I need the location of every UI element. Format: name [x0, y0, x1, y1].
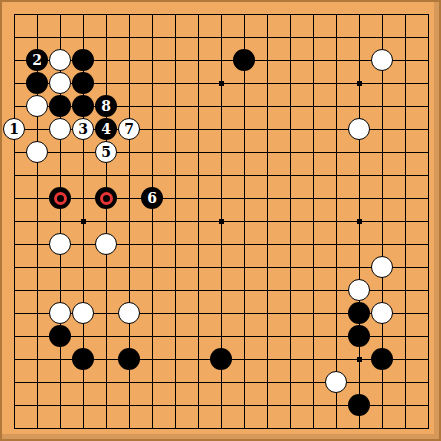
- board-intersection[interactable]: [26, 118, 49, 141]
- board-intersection[interactable]: [164, 302, 187, 325]
- board-intersection[interactable]: [187, 187, 210, 210]
- board-intersection[interactable]: [325, 210, 348, 233]
- board-intersection[interactable]: [394, 3, 417, 26]
- board-intersection[interactable]: [118, 3, 141, 26]
- board-intersection[interactable]: [118, 26, 141, 49]
- board-intersection[interactable]: [49, 348, 72, 371]
- board-intersection[interactable]: [233, 417, 256, 440]
- board-intersection[interactable]: [164, 3, 187, 26]
- board-intersection[interactable]: [49, 187, 72, 210]
- board-intersection[interactable]: [302, 371, 325, 394]
- board-intersection[interactable]: [210, 3, 233, 26]
- board-intersection[interactable]: [187, 210, 210, 233]
- board-intersection[interactable]: [302, 26, 325, 49]
- board-intersection[interactable]: [279, 394, 302, 417]
- board-intersection[interactable]: [302, 187, 325, 210]
- board-intersection[interactable]: [233, 187, 256, 210]
- board-intersection[interactable]: [49, 394, 72, 417]
- board-intersection[interactable]: [325, 371, 348, 394]
- board-intersection[interactable]: [417, 348, 440, 371]
- board-intersection[interactable]: [279, 417, 302, 440]
- board-intersection[interactable]: [72, 325, 95, 348]
- board-intersection[interactable]: [256, 3, 279, 26]
- board-intersection[interactable]: [325, 3, 348, 26]
- board-intersection[interactable]: [325, 164, 348, 187]
- board-intersection[interactable]: [3, 325, 26, 348]
- board-intersection[interactable]: [26, 417, 49, 440]
- board-intersection[interactable]: [72, 26, 95, 49]
- board-intersection[interactable]: [302, 141, 325, 164]
- board-intersection[interactable]: [256, 72, 279, 95]
- board-intersection[interactable]: [187, 325, 210, 348]
- board-intersection[interactable]: [325, 302, 348, 325]
- board-intersection[interactable]: [95, 371, 118, 394]
- board-intersection[interactable]: [210, 325, 233, 348]
- board-intersection[interactable]: [417, 233, 440, 256]
- board-intersection[interactable]: [256, 325, 279, 348]
- board-intersection[interactable]: [164, 417, 187, 440]
- board-intersection[interactable]: [394, 233, 417, 256]
- board-intersection[interactable]: [394, 49, 417, 72]
- board-intersection[interactable]: [417, 210, 440, 233]
- board-intersection[interactable]: [279, 187, 302, 210]
- board-intersection[interactable]: [164, 348, 187, 371]
- board-intersection[interactable]: [233, 26, 256, 49]
- board-intersection[interactable]: [256, 348, 279, 371]
- board-intersection[interactable]: [325, 233, 348, 256]
- board-intersection[interactable]: [210, 26, 233, 49]
- board-intersection[interactable]: [371, 95, 394, 118]
- board-intersection[interactable]: [3, 72, 26, 95]
- board-intersection[interactable]: [49, 164, 72, 187]
- board-intersection[interactable]: [302, 118, 325, 141]
- board-intersection[interactable]: [302, 417, 325, 440]
- board-intersection[interactable]: [302, 302, 325, 325]
- board-intersection[interactable]: [371, 279, 394, 302]
- board-intersection[interactable]: [164, 164, 187, 187]
- board-intersection[interactable]: [164, 49, 187, 72]
- board-intersection[interactable]: [302, 210, 325, 233]
- board-intersection[interactable]: [187, 233, 210, 256]
- board-intersection[interactable]: [118, 49, 141, 72]
- board-intersection[interactable]: [233, 118, 256, 141]
- board-intersection[interactable]: [371, 118, 394, 141]
- board-intersection[interactable]: [141, 3, 164, 26]
- board-intersection[interactable]: [302, 233, 325, 256]
- board-intersection[interactable]: [118, 141, 141, 164]
- board-intersection[interactable]: [3, 141, 26, 164]
- board-intersection[interactable]: [371, 210, 394, 233]
- board-intersection[interactable]: [371, 233, 394, 256]
- board-intersection[interactable]: 4: [95, 118, 118, 141]
- board-intersection[interactable]: [256, 141, 279, 164]
- board-intersection[interactable]: [348, 256, 371, 279]
- board-intersection[interactable]: [141, 72, 164, 95]
- board-intersection[interactable]: [256, 256, 279, 279]
- board-intersection[interactable]: [187, 348, 210, 371]
- board-intersection[interactable]: [325, 279, 348, 302]
- board-intersection[interactable]: [26, 72, 49, 95]
- board-intersection[interactable]: [118, 210, 141, 233]
- board-intersection[interactable]: [141, 325, 164, 348]
- board-intersection[interactable]: [72, 394, 95, 417]
- board-intersection[interactable]: [210, 233, 233, 256]
- board-intersection[interactable]: [417, 394, 440, 417]
- board-intersection[interactable]: [95, 233, 118, 256]
- board-intersection[interactable]: [233, 256, 256, 279]
- board-intersection[interactable]: [233, 210, 256, 233]
- board-intersection[interactable]: 1: [3, 118, 26, 141]
- board-intersection[interactable]: [3, 49, 26, 72]
- board-intersection[interactable]: [72, 417, 95, 440]
- board-intersection[interactable]: [325, 72, 348, 95]
- board-intersection[interactable]: [26, 141, 49, 164]
- board-intersection[interactable]: [164, 325, 187, 348]
- board-intersection[interactable]: [256, 233, 279, 256]
- board-intersection[interactable]: [72, 3, 95, 26]
- board-intersection[interactable]: [3, 417, 26, 440]
- board-intersection[interactable]: [348, 141, 371, 164]
- board-intersection[interactable]: [348, 164, 371, 187]
- board-intersection[interactable]: [256, 187, 279, 210]
- board-intersection[interactable]: [302, 394, 325, 417]
- board-intersection[interactable]: [72, 164, 95, 187]
- board-intersection[interactable]: [72, 256, 95, 279]
- board-intersection[interactable]: [164, 279, 187, 302]
- board-intersection[interactable]: [49, 417, 72, 440]
- board-intersection[interactable]: [302, 164, 325, 187]
- board-intersection[interactable]: [72, 233, 95, 256]
- board-intersection[interactable]: [26, 187, 49, 210]
- board-intersection[interactable]: [118, 371, 141, 394]
- board-intersection[interactable]: [210, 256, 233, 279]
- board-intersection[interactable]: [72, 72, 95, 95]
- board-intersection[interactable]: [26, 302, 49, 325]
- board-intersection[interactable]: [141, 302, 164, 325]
- board-intersection[interactable]: [325, 348, 348, 371]
- board-intersection[interactable]: [279, 49, 302, 72]
- board-intersection[interactable]: [95, 26, 118, 49]
- board-intersection[interactable]: [233, 371, 256, 394]
- board-intersection[interactable]: 6: [141, 187, 164, 210]
- board-intersection[interactable]: [417, 3, 440, 26]
- board-intersection[interactable]: [26, 279, 49, 302]
- board-intersection[interactable]: [394, 279, 417, 302]
- board-intersection[interactable]: [3, 187, 26, 210]
- board-intersection[interactable]: [302, 95, 325, 118]
- board-intersection[interactable]: [72, 187, 95, 210]
- board-intersection[interactable]: [302, 325, 325, 348]
- board-intersection[interactable]: [417, 302, 440, 325]
- board-intersection[interactable]: [3, 210, 26, 233]
- board-intersection[interactable]: [256, 118, 279, 141]
- board-intersection[interactable]: [417, 141, 440, 164]
- board-intersection[interactable]: [164, 256, 187, 279]
- board-intersection[interactable]: [118, 256, 141, 279]
- board-intersection[interactable]: [233, 3, 256, 26]
- board-intersection[interactable]: [187, 95, 210, 118]
- board-intersection[interactable]: [141, 164, 164, 187]
- board-intersection[interactable]: [118, 164, 141, 187]
- board-intersection[interactable]: [233, 164, 256, 187]
- board-intersection[interactable]: [348, 49, 371, 72]
- board-intersection[interactable]: [417, 26, 440, 49]
- board-intersection[interactable]: [417, 164, 440, 187]
- board-intersection[interactable]: [187, 279, 210, 302]
- board-intersection[interactable]: [256, 49, 279, 72]
- board-intersection[interactable]: [141, 210, 164, 233]
- board-intersection[interactable]: [279, 325, 302, 348]
- board-intersection[interactable]: [256, 210, 279, 233]
- board-intersection[interactable]: 7: [118, 118, 141, 141]
- board-intersection[interactable]: [141, 118, 164, 141]
- board-intersection[interactable]: [95, 210, 118, 233]
- board-intersection[interactable]: [279, 141, 302, 164]
- board-intersection[interactable]: [371, 141, 394, 164]
- board-intersection[interactable]: [279, 371, 302, 394]
- board-intersection[interactable]: [187, 256, 210, 279]
- board-intersection[interactable]: [325, 417, 348, 440]
- board-intersection[interactable]: [141, 95, 164, 118]
- board-intersection[interactable]: [118, 187, 141, 210]
- board-intersection[interactable]: [279, 118, 302, 141]
- board-intersection[interactable]: [417, 187, 440, 210]
- board-intersection[interactable]: [49, 95, 72, 118]
- board-intersection[interactable]: [49, 210, 72, 233]
- board-intersection[interactable]: [72, 348, 95, 371]
- board-intersection[interactable]: [3, 302, 26, 325]
- board-intersection[interactable]: [394, 417, 417, 440]
- board-intersection[interactable]: [348, 187, 371, 210]
- board-intersection[interactable]: [3, 348, 26, 371]
- board-intersection[interactable]: [302, 3, 325, 26]
- board-intersection[interactable]: [3, 371, 26, 394]
- board-intersection[interactable]: [49, 256, 72, 279]
- board-intersection[interactable]: [417, 49, 440, 72]
- board-intersection[interactable]: [210, 95, 233, 118]
- board-intersection[interactable]: [118, 417, 141, 440]
- board-intersection[interactable]: [164, 141, 187, 164]
- board-intersection[interactable]: [141, 279, 164, 302]
- board-intersection[interactable]: [210, 187, 233, 210]
- board-intersection[interactable]: [72, 141, 95, 164]
- board-intersection[interactable]: [118, 348, 141, 371]
- board-intersection[interactable]: 8: [95, 95, 118, 118]
- board-intersection[interactable]: [417, 118, 440, 141]
- board-intersection[interactable]: [72, 279, 95, 302]
- board-intersection[interactable]: [325, 394, 348, 417]
- board-intersection[interactable]: [279, 279, 302, 302]
- board-intersection[interactable]: [325, 26, 348, 49]
- board-intersection[interactable]: [118, 72, 141, 95]
- board-intersection[interactable]: [233, 302, 256, 325]
- board-intersection[interactable]: 5: [95, 141, 118, 164]
- board-intersection[interactable]: [233, 394, 256, 417]
- board-intersection[interactable]: [141, 26, 164, 49]
- board-intersection[interactable]: [72, 302, 95, 325]
- board-intersection[interactable]: [279, 348, 302, 371]
- board-intersection[interactable]: [371, 394, 394, 417]
- board-intersection[interactable]: [3, 233, 26, 256]
- board-intersection[interactable]: [72, 95, 95, 118]
- board-intersection[interactable]: [348, 371, 371, 394]
- board-intersection[interactable]: [141, 371, 164, 394]
- board-intersection[interactable]: [187, 141, 210, 164]
- board-intersection[interactable]: [394, 348, 417, 371]
- board-intersection[interactable]: [256, 279, 279, 302]
- board-intersection[interactable]: [348, 279, 371, 302]
- board-intersection[interactable]: [302, 348, 325, 371]
- board-intersection[interactable]: [256, 394, 279, 417]
- board-intersection[interactable]: [394, 164, 417, 187]
- board-intersection[interactable]: [394, 371, 417, 394]
- board-intersection[interactable]: [394, 141, 417, 164]
- board-intersection[interactable]: [141, 141, 164, 164]
- board-intersection[interactable]: [72, 49, 95, 72]
- board-intersection[interactable]: [417, 325, 440, 348]
- board-intersection[interactable]: [49, 279, 72, 302]
- board-intersection[interactable]: [164, 26, 187, 49]
- board-intersection[interactable]: [187, 72, 210, 95]
- board-intersection[interactable]: [49, 371, 72, 394]
- board-intersection[interactable]: [49, 49, 72, 72]
- board-intersection[interactable]: [141, 348, 164, 371]
- board-intersection[interactable]: [26, 325, 49, 348]
- board-intersection[interactable]: [394, 72, 417, 95]
- board-intersection[interactable]: [325, 118, 348, 141]
- board-intersection[interactable]: [233, 233, 256, 256]
- board-intersection[interactable]: [256, 417, 279, 440]
- board-intersection[interactable]: [256, 164, 279, 187]
- board-intersection[interactable]: [325, 187, 348, 210]
- board-intersection[interactable]: [26, 164, 49, 187]
- board-intersection[interactable]: [233, 348, 256, 371]
- board-intersection[interactable]: [187, 371, 210, 394]
- board-intersection[interactable]: [394, 26, 417, 49]
- board-intersection[interactable]: [371, 72, 394, 95]
- board-intersection[interactable]: [348, 394, 371, 417]
- board-intersection[interactable]: [26, 371, 49, 394]
- board-intersection[interactable]: [26, 348, 49, 371]
- board-intersection[interactable]: [3, 95, 26, 118]
- board-intersection[interactable]: [95, 3, 118, 26]
- board-intersection[interactable]: [118, 279, 141, 302]
- board-intersection[interactable]: [394, 394, 417, 417]
- board-intersection[interactable]: [3, 164, 26, 187]
- board-intersection[interactable]: [49, 302, 72, 325]
- board-intersection[interactable]: [348, 325, 371, 348]
- board-intersection[interactable]: [164, 72, 187, 95]
- board-intersection[interactable]: [279, 164, 302, 187]
- board-intersection[interactable]: [118, 233, 141, 256]
- board-intersection[interactable]: [371, 187, 394, 210]
- board-intersection[interactable]: [302, 279, 325, 302]
- board-intersection[interactable]: [187, 302, 210, 325]
- board-intersection[interactable]: [348, 3, 371, 26]
- board-intersection[interactable]: [302, 49, 325, 72]
- board-intersection[interactable]: [210, 348, 233, 371]
- board-intersection[interactable]: [210, 164, 233, 187]
- board-intersection[interactable]: [417, 417, 440, 440]
- board-intersection[interactable]: [3, 3, 26, 26]
- board-intersection[interactable]: [233, 279, 256, 302]
- board-intersection[interactable]: [49, 325, 72, 348]
- board-intersection[interactable]: [394, 95, 417, 118]
- board-intersection[interactable]: [3, 256, 26, 279]
- board-intersection[interactable]: [371, 348, 394, 371]
- board-intersection[interactable]: [348, 95, 371, 118]
- board-intersection[interactable]: [233, 325, 256, 348]
- board-intersection[interactable]: [26, 95, 49, 118]
- board-intersection[interactable]: [210, 302, 233, 325]
- board-intersection[interactable]: [371, 417, 394, 440]
- board-intersection[interactable]: [95, 164, 118, 187]
- board-intersection[interactable]: [72, 371, 95, 394]
- board-intersection[interactable]: [141, 233, 164, 256]
- board-intersection[interactable]: [26, 233, 49, 256]
- board-intersection[interactable]: [72, 210, 95, 233]
- board-intersection[interactable]: [164, 95, 187, 118]
- board-intersection[interactable]: [256, 26, 279, 49]
- board-intersection[interactable]: [141, 417, 164, 440]
- board-intersection[interactable]: [371, 302, 394, 325]
- board-intersection[interactable]: [210, 394, 233, 417]
- board-intersection[interactable]: [233, 72, 256, 95]
- board-intersection[interactable]: [256, 95, 279, 118]
- board-intersection[interactable]: [279, 95, 302, 118]
- board-intersection[interactable]: [95, 417, 118, 440]
- board-intersection[interactable]: [394, 118, 417, 141]
- board-intersection[interactable]: [233, 95, 256, 118]
- board-intersection[interactable]: [164, 210, 187, 233]
- board-intersection[interactable]: [49, 26, 72, 49]
- board-intersection[interactable]: [394, 210, 417, 233]
- board-intersection[interactable]: [187, 3, 210, 26]
- board-intersection[interactable]: [394, 256, 417, 279]
- board-intersection[interactable]: [325, 141, 348, 164]
- board-intersection[interactable]: [164, 118, 187, 141]
- board-intersection[interactable]: [371, 164, 394, 187]
- board-intersection[interactable]: [3, 26, 26, 49]
- board-intersection[interactable]: [49, 118, 72, 141]
- board-intersection[interactable]: [49, 72, 72, 95]
- board-intersection[interactable]: [302, 72, 325, 95]
- board-intersection[interactable]: [371, 371, 394, 394]
- board-intersection[interactable]: [49, 141, 72, 164]
- board-intersection[interactable]: [141, 49, 164, 72]
- board-intersection[interactable]: [279, 210, 302, 233]
- board-intersection[interactable]: [371, 26, 394, 49]
- board-intersection[interactable]: [325, 49, 348, 72]
- board-intersection[interactable]: [394, 325, 417, 348]
- board-intersection[interactable]: [95, 325, 118, 348]
- board-intersection[interactable]: [210, 210, 233, 233]
- board-intersection[interactable]: [210, 118, 233, 141]
- board-intersection[interactable]: [279, 256, 302, 279]
- board-intersection[interactable]: [49, 3, 72, 26]
- board-intersection[interactable]: [164, 371, 187, 394]
- board-intersection[interactable]: [95, 348, 118, 371]
- board-intersection[interactable]: [3, 279, 26, 302]
- board-intersection[interactable]: [279, 233, 302, 256]
- board-intersection[interactable]: [371, 325, 394, 348]
- board-intersection[interactable]: [210, 72, 233, 95]
- board-intersection[interactable]: [233, 49, 256, 72]
- board-intersection[interactable]: [26, 394, 49, 417]
- board-intersection[interactable]: [279, 26, 302, 49]
- board-intersection[interactable]: [118, 394, 141, 417]
- board-intersection[interactable]: [95, 302, 118, 325]
